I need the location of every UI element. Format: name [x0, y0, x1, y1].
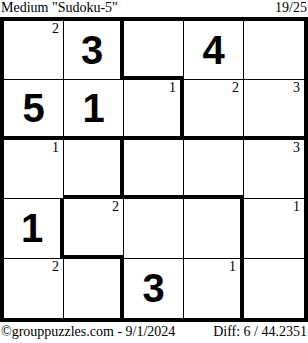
header: Medium "Sudoku-5" 19/25: [0, 0, 308, 17]
cell-r5c4[interactable]: 1: [184, 259, 244, 318]
cell-r2c4[interactable]: 2: [184, 80, 244, 139]
cell-r3c4[interactable]: [184, 140, 244, 199]
cell-r3c3[interactable]: [124, 140, 184, 199]
cell-r4c3[interactable]: [124, 199, 184, 258]
cell-r5c2[interactable]: [64, 259, 124, 318]
corner-mark: 2: [232, 80, 239, 96]
given-digit: 3: [142, 268, 164, 308]
cell-r3c1[interactable]: 1: [4, 140, 64, 199]
cell-r1c4[interactable]: 4: [184, 21, 244, 80]
cell-r4c2[interactable]: 2: [64, 199, 124, 258]
given-digit: 1: [21, 208, 43, 248]
corner-mark: 1: [229, 259, 236, 275]
given-digit: 5: [22, 88, 44, 128]
copyright-text: ©grouppuzzles.com - 9/1/2024: [1, 324, 175, 340]
cell-r1c1[interactable]: 2: [4, 21, 64, 80]
puzzle-counter: 19/25: [275, 0, 307, 16]
cell-r5c3[interactable]: 3: [124, 259, 184, 318]
given-digit: 3: [81, 30, 103, 70]
cell-r3c5[interactable]: 3: [244, 140, 304, 199]
cell-r4c4[interactable]: [184, 199, 244, 258]
given-digit: 4: [202, 30, 224, 70]
cell-r1c2[interactable]: 3: [64, 21, 124, 80]
cell-r4c5[interactable]: 1: [244, 199, 304, 258]
corner-mark: 1: [52, 140, 59, 156]
cell-r1c5[interactable]: [244, 21, 304, 80]
corner-mark: 3: [293, 140, 300, 156]
corner-mark: 1: [169, 80, 176, 96]
cell-r5c5[interactable]: [244, 259, 304, 318]
corner-mark: 1: [293, 199, 300, 215]
cell-r2c3[interactable]: 1: [124, 80, 184, 139]
cell-r2c2[interactable]: 1: [64, 80, 124, 139]
difficulty-text: Diff: 6 / 44.2351: [213, 324, 307, 340]
footer: ©grouppuzzles.com - 9/1/2024 Diff: 6 / 4…: [0, 322, 308, 343]
puzzle-page: Medium "Sudoku-5" 19/25 2 3 4 5: [0, 0, 308, 343]
corner-mark: 2: [52, 21, 59, 37]
given-digit: 1: [82, 88, 104, 128]
corner-mark: 2: [112, 199, 119, 215]
cell-r2c5[interactable]: 3: [244, 80, 304, 139]
corner-mark: 3: [293, 80, 300, 96]
cell-r1c3[interactable]: [124, 21, 184, 80]
cell-r5c1[interactable]: 2: [4, 259, 64, 318]
corner-mark: 2: [52, 259, 59, 275]
puzzle-title: Medium "Sudoku-5": [1, 0, 118, 16]
cell-r4c1[interactable]: 1: [4, 199, 64, 258]
cell-r2c1[interactable]: 5: [4, 80, 64, 139]
cell-r3c2[interactable]: [64, 140, 124, 199]
sudoku-board: 2 3 4 5 1 1 2: [0, 17, 308, 322]
